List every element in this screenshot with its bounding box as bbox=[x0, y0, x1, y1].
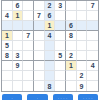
cell-r7c1[interactable] bbox=[2, 61, 13, 71]
toolbar-button-3-label: · · · · bbox=[58, 98, 68, 101]
cell-r8c1[interactable] bbox=[2, 71, 13, 81]
toolbar-button-3[interactable]: · · · · bbox=[53, 94, 73, 100]
cell-r8c9[interactable] bbox=[87, 71, 98, 81]
toolbar-button-4-label: · · · · bbox=[83, 98, 93, 101]
toolbar-button-2[interactable]: · bbox=[27, 94, 47, 100]
cell-r1c1[interactable] bbox=[2, 1, 13, 11]
cell-r6c8[interactable] bbox=[77, 51, 88, 61]
cell-r4c6[interactable] bbox=[55, 31, 66, 41]
cell-r6c1[interactable]: 8 bbox=[2, 51, 13, 61]
cell-r8c8[interactable]: 2 bbox=[77, 71, 88, 81]
cell-r8c6[interactable] bbox=[55, 71, 66, 81]
cell-r6c3[interactable] bbox=[23, 51, 34, 61]
cell-r3c6[interactable] bbox=[55, 21, 66, 31]
cell-r1c2[interactable]: 6 bbox=[13, 1, 24, 11]
cell-r2c1[interactable]: 4 bbox=[2, 11, 13, 21]
cell-r7c8[interactable] bbox=[77, 61, 88, 71]
cell-r2c5[interactable]: 6 bbox=[45, 11, 56, 21]
cell-r6c6[interactable]: 5 bbox=[55, 51, 66, 61]
cell-r4c9[interactable] bbox=[87, 31, 98, 41]
cell-r6c4[interactable] bbox=[34, 51, 45, 61]
cell-r1c4[interactable] bbox=[34, 1, 45, 11]
cell-r6c9[interactable] bbox=[87, 51, 98, 61]
cell-r9c8[interactable]: 9 bbox=[77, 81, 88, 91]
cell-r5c7[interactable] bbox=[66, 41, 77, 51]
cell-r5c9[interactable] bbox=[87, 41, 98, 51]
cell-r8c5[interactable] bbox=[45, 71, 56, 81]
cell-r8c3[interactable] bbox=[23, 71, 34, 81]
cell-r7c3[interactable] bbox=[23, 61, 34, 71]
cell-r5c6[interactable] bbox=[55, 41, 66, 51]
cell-r4c2[interactable] bbox=[13, 31, 24, 41]
cell-r4c3[interactable]: 7 bbox=[23, 31, 34, 41]
bottom-toolbar: · · · · · · · · · · bbox=[2, 94, 98, 100]
cell-r3c1[interactable] bbox=[2, 21, 13, 31]
toolbar-button-1-label: · bbox=[11, 98, 13, 101]
cell-r3c9[interactable] bbox=[87, 21, 98, 31]
cell-r1c7[interactable] bbox=[66, 1, 77, 11]
cell-r2c4[interactable]: 7 bbox=[34, 11, 45, 21]
cell-r2c9[interactable] bbox=[87, 11, 98, 21]
cell-r3c8[interactable] bbox=[77, 21, 88, 31]
cell-r2c3[interactable] bbox=[23, 11, 34, 21]
cell-r5c3[interactable] bbox=[23, 41, 34, 51]
cell-r5c5[interactable] bbox=[45, 41, 56, 51]
cell-r3c3[interactable] bbox=[23, 21, 34, 31]
cell-r5c4[interactable] bbox=[34, 41, 45, 51]
cell-r4c5[interactable]: 4 bbox=[45, 31, 56, 41]
cell-r1c9[interactable]: 7 bbox=[87, 1, 98, 11]
cell-r9c1[interactable] bbox=[2, 81, 13, 91]
cell-r3c5[interactable]: 1 bbox=[45, 21, 56, 31]
cell-r2c2[interactable]: 1 bbox=[13, 11, 24, 21]
cell-r5c8[interactable] bbox=[77, 41, 88, 51]
cell-r1c6[interactable]: 3 bbox=[55, 1, 66, 11]
toolbar-button-2-label: · bbox=[37, 98, 39, 101]
cell-r2c6[interactable] bbox=[55, 11, 66, 21]
cell-r4c4[interactable] bbox=[34, 31, 45, 41]
cell-r6c5[interactable] bbox=[45, 51, 56, 61]
toolbar-button-4[interactable]: · · · · bbox=[78, 94, 98, 100]
cell-r7c6[interactable] bbox=[55, 61, 66, 71]
cell-r6c2[interactable]: 3 bbox=[13, 51, 24, 61]
cell-r3c2[interactable] bbox=[13, 21, 24, 31]
cell-r9c5[interactable]: 8 bbox=[45, 81, 56, 91]
cell-r4c7[interactable]: 8 bbox=[66, 31, 77, 41]
cell-r8c7[interactable] bbox=[66, 71, 77, 81]
cell-r6c7[interactable]: 2 bbox=[66, 51, 77, 61]
cell-r9c3[interactable] bbox=[23, 81, 34, 91]
cell-r9c7[interactable] bbox=[66, 81, 77, 91]
cell-r1c5[interactable]: 2 bbox=[45, 1, 56, 11]
cell-r2c7[interactable] bbox=[66, 11, 77, 21]
cell-r3c7[interactable]: 6 bbox=[66, 21, 77, 31]
cell-r3c4[interactable] bbox=[34, 21, 45, 31]
cell-r9c6[interactable] bbox=[55, 81, 66, 91]
cell-r8c2[interactable] bbox=[13, 71, 24, 81]
cell-r2c8[interactable] bbox=[77, 11, 88, 21]
cell-r9c2[interactable] bbox=[13, 81, 24, 91]
cell-r7c5[interactable] bbox=[45, 61, 56, 71]
cell-r7c4[interactable] bbox=[34, 61, 45, 71]
cell-r7c2[interactable]: 9 bbox=[13, 61, 24, 71]
cell-r8c4[interactable] bbox=[34, 71, 45, 81]
sudoku-board: 6237417616174858352914289 bbox=[1, 0, 99, 92]
cell-r1c3[interactable] bbox=[23, 1, 34, 11]
cell-r9c4[interactable] bbox=[34, 81, 45, 91]
cell-r5c1[interactable]: 5 bbox=[2, 41, 13, 51]
cell-r7c7[interactable]: 1 bbox=[66, 61, 77, 71]
cell-r4c1[interactable]: 1 bbox=[2, 31, 13, 41]
toolbar-button-1[interactable]: · bbox=[2, 94, 22, 100]
cell-r1c8[interactable] bbox=[77, 1, 88, 11]
cell-r5c2[interactable] bbox=[13, 41, 24, 51]
cell-r4c8[interactable] bbox=[77, 31, 88, 41]
cell-r7c9[interactable]: 4 bbox=[87, 61, 98, 71]
cell-r9c9[interactable] bbox=[87, 81, 98, 91]
